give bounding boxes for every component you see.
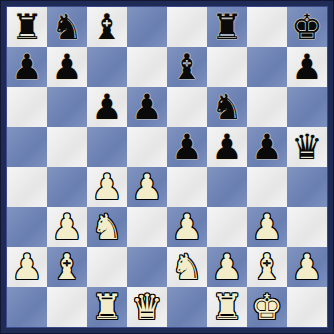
square-f8[interactable]: ♜ <box>207 7 247 47</box>
square-b5[interactable] <box>47 127 87 167</box>
square-a7[interactable]: ♟ <box>7 47 47 87</box>
square-e6[interactable] <box>167 87 207 127</box>
square-b4[interactable] <box>47 167 87 207</box>
square-f2[interactable]: ♟ <box>207 247 247 287</box>
white-pawn[interactable]: ♟ <box>171 207 202 247</box>
white-pawn[interactable]: ♟ <box>131 167 162 207</box>
white-pawn[interactable]: ♟ <box>51 207 82 247</box>
square-d3[interactable] <box>127 207 167 247</box>
white-pawn[interactable]: ♟ <box>211 247 242 287</box>
square-c1[interactable]: ♜ <box>87 287 127 327</box>
white-king[interactable]: ♚ <box>251 287 282 327</box>
square-g2[interactable]: ♝ <box>247 247 287 287</box>
square-h6[interactable] <box>287 87 327 127</box>
square-b6[interactable] <box>47 87 87 127</box>
square-c8[interactable]: ♝ <box>87 7 127 47</box>
square-a1[interactable] <box>7 287 47 327</box>
square-e2[interactable]: ♞ <box>167 247 207 287</box>
square-f6[interactable]: ♞ <box>207 87 247 127</box>
black-queen[interactable]: ♛ <box>291 127 322 167</box>
black-rook[interactable]: ♜ <box>211 7 242 47</box>
chess-board: ♜♞♝♜♚♟♟♝♟♟♟♞♟♟♟♛♟♟♟♞♟♟♟♝♞♟♝♟♜♛♜♚ <box>7 7 327 327</box>
square-e1[interactable] <box>167 287 207 327</box>
square-e7[interactable]: ♝ <box>167 47 207 87</box>
square-b2[interactable]: ♝ <box>47 247 87 287</box>
black-pawn[interactable]: ♟ <box>91 87 122 127</box>
black-pawn[interactable]: ♟ <box>51 47 82 87</box>
square-g7[interactable] <box>247 47 287 87</box>
square-a3[interactable] <box>7 207 47 247</box>
square-d5[interactable] <box>127 127 167 167</box>
square-h4[interactable] <box>287 167 327 207</box>
black-pawn[interactable]: ♟ <box>171 127 202 167</box>
square-d8[interactable] <box>127 7 167 47</box>
square-e4[interactable] <box>167 167 207 207</box>
square-h8[interactable]: ♚ <box>287 7 327 47</box>
square-b3[interactable]: ♟ <box>47 207 87 247</box>
white-pawn[interactable]: ♟ <box>291 247 322 287</box>
square-f5[interactable]: ♟ <box>207 127 247 167</box>
white-pawn[interactable]: ♟ <box>11 247 42 287</box>
square-f7[interactable] <box>207 47 247 87</box>
square-b1[interactable] <box>47 287 87 327</box>
square-a4[interactable] <box>7 167 47 207</box>
square-e5[interactable]: ♟ <box>167 127 207 167</box>
white-pawn[interactable]: ♟ <box>91 167 122 207</box>
square-h5[interactable]: ♛ <box>287 127 327 167</box>
square-a6[interactable] <box>7 87 47 127</box>
square-c3[interactable]: ♞ <box>87 207 127 247</box>
square-g8[interactable] <box>247 7 287 47</box>
square-f1[interactable]: ♜ <box>207 287 247 327</box>
black-knight[interactable]: ♞ <box>51 7 82 47</box>
square-g1[interactable]: ♚ <box>247 287 287 327</box>
black-rook[interactable]: ♜ <box>11 7 42 47</box>
square-a2[interactable]: ♟ <box>7 247 47 287</box>
square-a5[interactable] <box>7 127 47 167</box>
square-b8[interactable]: ♞ <box>47 7 87 47</box>
white-rook[interactable]: ♜ <box>211 287 242 327</box>
black-pawn[interactable]: ♟ <box>11 47 42 87</box>
white-knight[interactable]: ♞ <box>171 247 202 287</box>
square-c6[interactable]: ♟ <box>87 87 127 127</box>
black-bishop[interactable]: ♝ <box>91 7 122 47</box>
square-e8[interactable] <box>167 7 207 47</box>
square-g3[interactable]: ♟ <box>247 207 287 247</box>
square-d4[interactable]: ♟ <box>127 167 167 207</box>
white-rook[interactable]: ♜ <box>91 287 122 327</box>
square-e3[interactable]: ♟ <box>167 207 207 247</box>
square-h1[interactable] <box>287 287 327 327</box>
square-f4[interactable] <box>207 167 247 207</box>
square-d6[interactable]: ♟ <box>127 87 167 127</box>
black-pawn[interactable]: ♟ <box>131 87 162 127</box>
square-h7[interactable]: ♟ <box>287 47 327 87</box>
square-h2[interactable]: ♟ <box>287 247 327 287</box>
square-a8[interactable]: ♜ <box>7 7 47 47</box>
square-d2[interactable] <box>127 247 167 287</box>
white-knight[interactable]: ♞ <box>91 207 122 247</box>
square-d1[interactable]: ♛ <box>127 287 167 327</box>
black-pawn[interactable]: ♟ <box>251 127 282 167</box>
chess-board-frame: ♜♞♝♜♚♟♟♝♟♟♟♞♟♟♟♛♟♟♟♞♟♟♟♝♞♟♝♟♜♛♜♚ <box>0 0 334 334</box>
square-c7[interactable] <box>87 47 127 87</box>
square-c5[interactable] <box>87 127 127 167</box>
square-g6[interactable] <box>247 87 287 127</box>
black-pawn[interactable]: ♟ <box>291 47 322 87</box>
white-pawn[interactable]: ♟ <box>251 207 282 247</box>
white-bishop[interactable]: ♝ <box>251 247 282 287</box>
white-queen[interactable]: ♛ <box>131 287 162 327</box>
square-b7[interactable]: ♟ <box>47 47 87 87</box>
black-pawn[interactable]: ♟ <box>211 127 242 167</box>
black-bishop[interactable]: ♝ <box>171 47 202 87</box>
square-d7[interactable] <box>127 47 167 87</box>
square-g5[interactable]: ♟ <box>247 127 287 167</box>
square-g4[interactable] <box>247 167 287 207</box>
black-king[interactable]: ♚ <box>291 7 322 47</box>
square-c4[interactable]: ♟ <box>87 167 127 207</box>
square-h3[interactable] <box>287 207 327 247</box>
square-c2[interactable] <box>87 247 127 287</box>
black-knight[interactable]: ♞ <box>211 87 242 127</box>
white-bishop[interactable]: ♝ <box>51 247 82 287</box>
square-f3[interactable] <box>207 207 247 247</box>
